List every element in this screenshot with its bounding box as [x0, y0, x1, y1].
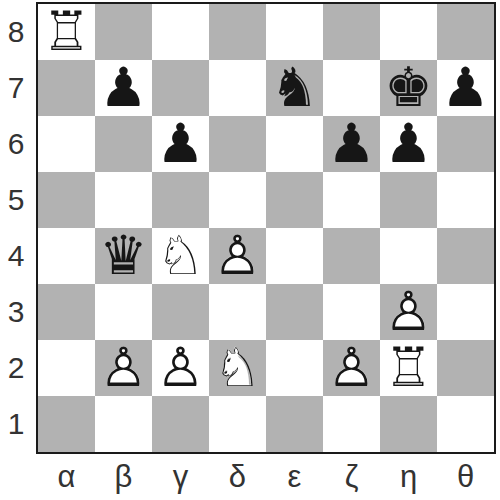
white-pawn: ♟♙ — [323, 340, 380, 396]
white-pawn-glyph: ♙ — [95, 340, 152, 396]
square-α5[interactable] — [38, 172, 95, 228]
chess-diagram-page: 87654321 ♜♖♟♞♚♟♟♟♟♛♞♘♟♙♟♙♟♙♟♙♞♘♟♙♜♖ αβγδ… — [0, 0, 500, 500]
square-ε3[interactable] — [266, 284, 323, 340]
square-β3[interactable] — [95, 284, 152, 340]
square-θ8[interactable] — [437, 4, 494, 60]
white-pawn: ♟♙ — [152, 340, 209, 396]
square-δ3[interactable] — [209, 284, 266, 340]
white-rook: ♜♖ — [380, 340, 437, 396]
file-label-δ: δ — [209, 456, 266, 498]
square-γ6[interactable]: ♟ — [152, 116, 209, 172]
white-pawn: ♟♙ — [95, 340, 152, 396]
square-θ1[interactable] — [437, 396, 494, 452]
file-labels: αβγδεζηθ — [38, 456, 494, 498]
square-γ8[interactable] — [152, 4, 209, 60]
file-label-ε: ε — [266, 456, 323, 498]
white-knight: ♞♘ — [209, 340, 266, 396]
white-pawn: ♟♙ — [209, 228, 266, 284]
board-frame: ♜♖♟♞♚♟♟♟♟♛♞♘♟♙♟♙♟♙♟♙♞♘♟♙♜♖ — [36, 2, 496, 454]
square-θ3[interactable] — [437, 284, 494, 340]
black-pawn-glyph: ♟ — [95, 60, 152, 116]
square-η1[interactable] — [380, 396, 437, 452]
square-β6[interactable] — [95, 116, 152, 172]
square-δ7[interactable] — [209, 60, 266, 116]
black-pawn-glyph: ♟ — [437, 60, 494, 116]
white-knight: ♞♘ — [152, 228, 209, 284]
white-knight-glyph: ♘ — [152, 228, 209, 284]
black-pawn: ♟ — [152, 116, 209, 172]
square-α2[interactable] — [38, 340, 95, 396]
rank-label-5: 5 — [0, 172, 32, 228]
square-η3[interactable]: ♟♙ — [380, 284, 437, 340]
square-θ4[interactable] — [437, 228, 494, 284]
square-δ8[interactable] — [209, 4, 266, 60]
file-label-η: η — [380, 456, 437, 498]
white-pawn-glyph: ♙ — [323, 340, 380, 396]
white-rook-glyph: ♖ — [380, 340, 437, 396]
square-γ5[interactable] — [152, 172, 209, 228]
chess-board: ♜♖♟♞♚♟♟♟♟♛♞♘♟♙♟♙♟♙♟♙♞♘♟♙♜♖ — [38, 4, 494, 452]
square-η6[interactable]: ♟ — [380, 116, 437, 172]
black-pawn: ♟ — [380, 116, 437, 172]
square-θ7[interactable]: ♟ — [437, 60, 494, 116]
rank-label-4: 4 — [0, 228, 32, 284]
square-α7[interactable] — [38, 60, 95, 116]
square-β4[interactable]: ♛ — [95, 228, 152, 284]
black-pawn: ♟ — [95, 60, 152, 116]
white-pawn-glyph: ♙ — [152, 340, 209, 396]
black-king: ♚ — [380, 60, 437, 116]
square-γ7[interactable] — [152, 60, 209, 116]
square-ε6[interactable] — [266, 116, 323, 172]
square-ζ1[interactable] — [323, 396, 380, 452]
square-ζ8[interactable] — [323, 4, 380, 60]
square-θ6[interactable] — [437, 116, 494, 172]
square-η4[interactable] — [380, 228, 437, 284]
square-δ1[interactable] — [209, 396, 266, 452]
black-pawn-glyph: ♟ — [380, 116, 437, 172]
square-θ2[interactable] — [437, 340, 494, 396]
square-η8[interactable] — [380, 4, 437, 60]
file-label-θ: θ — [437, 456, 494, 498]
black-king-glyph: ♚ — [380, 60, 437, 116]
file-label-β: β — [95, 456, 152, 498]
white-rook-glyph: ♖ — [38, 4, 95, 60]
square-α4[interactable] — [38, 228, 95, 284]
square-η2[interactable]: ♜♖ — [380, 340, 437, 396]
white-knight-glyph: ♘ — [209, 340, 266, 396]
rank-label-7: 7 — [0, 60, 32, 116]
rank-label-3: 3 — [0, 284, 32, 340]
black-pawn-glyph: ♟ — [152, 116, 209, 172]
rank-label-8: 8 — [0, 4, 32, 60]
square-ε7[interactable]: ♞ — [266, 60, 323, 116]
square-η5[interactable] — [380, 172, 437, 228]
file-label-γ: γ — [152, 456, 209, 498]
rank-label-2: 2 — [0, 340, 32, 396]
rank-label-6: 6 — [0, 116, 32, 172]
white-pawn-glyph: ♙ — [380, 284, 437, 340]
white-pawn: ♟♙ — [380, 284, 437, 340]
rank-labels: 87654321 — [0, 4, 32, 452]
square-γ4[interactable]: ♞♘ — [152, 228, 209, 284]
square-β8[interactable] — [95, 4, 152, 60]
square-ζ6[interactable]: ♟ — [323, 116, 380, 172]
square-ζ5[interactable] — [323, 172, 380, 228]
black-pawn: ♟ — [323, 116, 380, 172]
square-ζ3[interactable] — [323, 284, 380, 340]
black-knight-glyph: ♞ — [266, 60, 323, 116]
black-pawn: ♟ — [437, 60, 494, 116]
file-label-α: α — [38, 456, 95, 498]
white-pawn-glyph: ♙ — [209, 228, 266, 284]
square-ε5[interactable] — [266, 172, 323, 228]
square-ζ4[interactable] — [323, 228, 380, 284]
square-α1[interactable] — [38, 396, 95, 452]
square-ζ2[interactable]: ♟♙ — [323, 340, 380, 396]
square-γ3[interactable] — [152, 284, 209, 340]
square-γ2[interactable]: ♟♙ — [152, 340, 209, 396]
square-α6[interactable] — [38, 116, 95, 172]
square-α3[interactable] — [38, 284, 95, 340]
square-ε4[interactable] — [266, 228, 323, 284]
square-δ6[interactable] — [209, 116, 266, 172]
white-rook: ♜♖ — [38, 4, 95, 60]
rank-label-1: 1 — [0, 396, 32, 452]
square-γ1[interactable] — [152, 396, 209, 452]
square-δ4[interactable]: ♟♙ — [209, 228, 266, 284]
square-ζ7[interactable] — [323, 60, 380, 116]
square-β7[interactable]: ♟ — [95, 60, 152, 116]
square-θ5[interactable] — [437, 172, 494, 228]
square-ε2[interactable] — [266, 340, 323, 396]
black-pawn-glyph: ♟ — [323, 116, 380, 172]
black-queen: ♛ — [95, 228, 152, 284]
file-label-ζ: ζ — [323, 456, 380, 498]
square-δ5[interactable] — [209, 172, 266, 228]
black-knight: ♞ — [266, 60, 323, 116]
square-α8[interactable]: ♜♖ — [38, 4, 95, 60]
square-β2[interactable]: ♟♙ — [95, 340, 152, 396]
black-queen-glyph: ♛ — [95, 228, 152, 284]
square-β5[interactable] — [95, 172, 152, 228]
square-β1[interactable] — [95, 396, 152, 452]
square-δ2[interactable]: ♞♘ — [209, 340, 266, 396]
square-ε8[interactable] — [266, 4, 323, 60]
square-η7[interactable]: ♚ — [380, 60, 437, 116]
square-ε1[interactable] — [266, 396, 323, 452]
